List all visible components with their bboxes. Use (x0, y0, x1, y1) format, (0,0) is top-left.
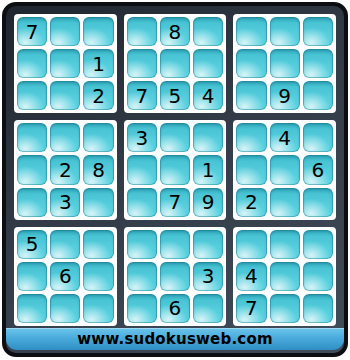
cell-r1c1: 7 (17, 17, 47, 46)
cell-r8c5[interactable] (160, 262, 190, 291)
cell-r9c8[interactable] (270, 294, 300, 323)
cell-r2c8[interactable] (270, 49, 300, 78)
cell-r5c5[interactable] (160, 155, 190, 184)
cell-r6c7: 2 (236, 188, 266, 217)
cell-r3c4: 7 (127, 81, 157, 110)
cell-r3c3: 2 (83, 81, 113, 110)
cell-r3c8: 9 (270, 81, 300, 110)
cell-r7c4[interactable] (127, 230, 157, 259)
cell-r7c1: 5 (17, 230, 47, 259)
sudoku-box-3-2: 36 (124, 227, 227, 326)
cell-r5c7[interactable] (236, 155, 266, 184)
cell-r2c6[interactable] (193, 49, 223, 78)
cell-r2c7[interactable] (236, 49, 266, 78)
cell-r9c4[interactable] (127, 294, 157, 323)
sudoku-box-3-3: 47 (233, 227, 336, 326)
cell-r9c7: 7 (236, 294, 266, 323)
cell-r9c9[interactable] (303, 294, 333, 323)
cell-r2c4[interactable] (127, 49, 157, 78)
cell-r7c7[interactable] (236, 230, 266, 259)
cell-r1c4[interactable] (127, 17, 157, 46)
sudoku-grid: 712875492833179462563647 (14, 14, 336, 326)
cell-r1c9[interactable] (303, 17, 333, 46)
cell-r6c9[interactable] (303, 188, 333, 217)
cell-r5c1[interactable] (17, 155, 47, 184)
sudoku-board-frame: 712875492833179462563647 www.sudokusweb.… (2, 2, 348, 357)
cell-r7c3[interactable] (83, 230, 113, 259)
cell-r4c7[interactable] (236, 123, 266, 152)
cell-r6c5: 7 (160, 188, 190, 217)
cell-r9c6[interactable] (193, 294, 223, 323)
cell-r5c6: 1 (193, 155, 223, 184)
cell-r8c8[interactable] (270, 262, 300, 291)
cell-r4c9[interactable] (303, 123, 333, 152)
cell-r2c9[interactable] (303, 49, 333, 78)
sudoku-box-1-3: 9 (233, 14, 336, 113)
cell-r7c9[interactable] (303, 230, 333, 259)
cell-r3c7[interactable] (236, 81, 266, 110)
cell-r9c3[interactable] (83, 294, 113, 323)
cell-r9c2[interactable] (50, 294, 80, 323)
sudoku-box-2-1: 283 (14, 120, 117, 219)
sudoku-box-2-2: 3179 (124, 120, 227, 219)
cell-r4c2[interactable] (50, 123, 80, 152)
cell-r4c5[interactable] (160, 123, 190, 152)
cell-r1c7[interactable] (236, 17, 266, 46)
cell-r9c5: 6 (160, 294, 190, 323)
cell-r3c1[interactable] (17, 81, 47, 110)
cell-r3c9[interactable] (303, 81, 333, 110)
cell-r2c3: 1 (83, 49, 113, 78)
cell-r8c4[interactable] (127, 262, 157, 291)
cell-r5c9: 6 (303, 155, 333, 184)
cell-r4c6[interactable] (193, 123, 223, 152)
cell-r8c3[interactable] (83, 262, 113, 291)
cell-r8c7: 4 (236, 262, 266, 291)
cell-r6c6: 9 (193, 188, 223, 217)
cell-r7c6[interactable] (193, 230, 223, 259)
cell-r4c4: 3 (127, 123, 157, 152)
cell-r9c1[interactable] (17, 294, 47, 323)
cell-r4c8: 4 (270, 123, 300, 152)
cell-r1c8[interactable] (270, 17, 300, 46)
cell-r3c5: 5 (160, 81, 190, 110)
cell-r6c2: 3 (50, 188, 80, 217)
cell-r1c3[interactable] (83, 17, 113, 46)
cell-r1c2[interactable] (50, 17, 80, 46)
cell-r7c2[interactable] (50, 230, 80, 259)
cell-r8c1[interactable] (17, 262, 47, 291)
footer-bar: www.sudokusweb.com (6, 328, 344, 350)
cell-r5c8[interactable] (270, 155, 300, 184)
cell-r3c2[interactable] (50, 81, 80, 110)
cell-r7c5[interactable] (160, 230, 190, 259)
sudoku-box-1-1: 712 (14, 14, 117, 113)
cell-r6c4[interactable] (127, 188, 157, 217)
cell-r1c5: 8 (160, 17, 190, 46)
cell-r4c3[interactable] (83, 123, 113, 152)
cell-r8c6: 3 (193, 262, 223, 291)
cell-r3c6: 4 (193, 81, 223, 110)
cell-r8c2: 6 (50, 262, 80, 291)
cell-r2c1[interactable] (17, 49, 47, 78)
cell-r7c8[interactable] (270, 230, 300, 259)
cell-r8c9[interactable] (303, 262, 333, 291)
cell-r4c1[interactable] (17, 123, 47, 152)
website-link[interactable]: www.sudokusweb.com (77, 330, 272, 348)
cell-r6c8[interactable] (270, 188, 300, 217)
sudoku-box-2-3: 462 (233, 120, 336, 219)
cell-r2c2[interactable] (50, 49, 80, 78)
cell-r5c4[interactable] (127, 155, 157, 184)
cell-r5c2: 2 (50, 155, 80, 184)
cell-r5c3: 8 (83, 155, 113, 184)
cell-r6c1[interactable] (17, 188, 47, 217)
cell-r2c5[interactable] (160, 49, 190, 78)
cell-r6c3[interactable] (83, 188, 113, 217)
sudoku-box-1-2: 8754 (124, 14, 227, 113)
sudoku-box-3-1: 56 (14, 227, 117, 326)
cell-r1c6[interactable] (193, 17, 223, 46)
